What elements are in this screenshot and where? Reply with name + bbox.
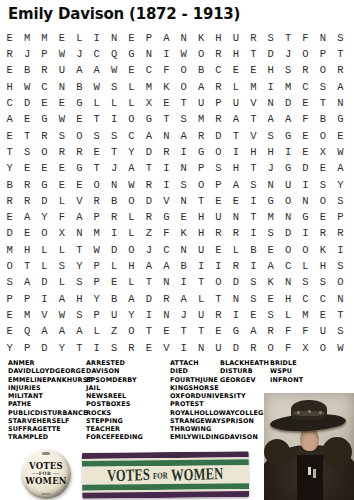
grid-cell-r10c18: I (297, 177, 314, 193)
grid-cell-r1c2: M (18, 30, 35, 46)
grid-cell-r17c6: Y (88, 291, 105, 307)
sash-stripe-purple-bottom (82, 491, 249, 499)
grid-cell-r8c11: I (175, 144, 192, 160)
sash-text-for: FOR (153, 471, 168, 482)
grid-cell-r5c1: C (1, 95, 18, 111)
word-list-item: TEACHER (86, 425, 143, 433)
grid-cell-r20c17: F (279, 340, 296, 356)
grid-cell-r5c10: E (158, 95, 175, 111)
grid-cell-r12c2: A (18, 209, 35, 225)
grid-cell-r2c15: T (245, 46, 262, 62)
grid-cell-r10c13: P (210, 177, 227, 193)
grid-cell-r16c19: S (314, 274, 331, 290)
word-list-item: EMMELINEPANKHURST (8, 376, 92, 384)
grid-cell-r13c18: I (297, 226, 314, 242)
grid-cell-r10c20: Y (332, 177, 349, 193)
grid-cell-r14c13: E (210, 242, 227, 258)
grid-cell-r18c20: T (332, 307, 349, 323)
grid-cell-r8c6: E (88, 144, 105, 160)
grid-cell-r1c13: H (210, 30, 227, 46)
grid-cell-r13c3: O (36, 226, 53, 242)
grid-cell-r2c1: R (1, 46, 18, 62)
word-list-item: OXFORDUNIVERSITY (170, 392, 268, 400)
grid-cell-r19c10: E (158, 323, 175, 339)
grid-cell-r8c8: Y (123, 144, 140, 160)
grid-cell-r18c6: P (88, 307, 105, 323)
grid-cell-r2c17: J (279, 46, 296, 62)
grid-cell-r16c14: D (227, 274, 244, 290)
grid-cell-r17c1: P (1, 291, 18, 307)
grid-cell-r19c12: T (192, 323, 209, 339)
grid-cell-r11c9: D (140, 193, 157, 209)
grid-cell-r19c2: Q (18, 323, 35, 339)
grid-cell-r3c16: H (262, 63, 279, 79)
votes-for-women-badge: VOTES FOR WOMEN (21, 449, 71, 499)
grid-cell-r17c10: R (158, 291, 175, 307)
grid-cell-r13c10: F (158, 226, 175, 242)
grid-cell-r15c5: Y (71, 258, 88, 274)
word-list-item: MILITANT (8, 392, 92, 400)
grid-cell-r17c9: D (140, 291, 157, 307)
grid-cell-r11c19: O (314, 193, 331, 209)
grid-cell-r3c2: B (18, 63, 35, 79)
grid-cell-r17c11: A (175, 291, 192, 307)
grid-cell-r9c10: I (158, 160, 175, 176)
grid-cell-r7c17: G (279, 128, 296, 144)
grid-cell-r19c18: F (297, 323, 314, 339)
grid-cell-r5c4: E (53, 95, 70, 111)
grid-cell-r12c11: E (175, 209, 192, 225)
word-list-item: GEORGEV (220, 376, 269, 384)
grid-cell-r7c13: D (210, 128, 227, 144)
grid-cell-r4c9: M (140, 79, 157, 95)
grid-cell-r19c9: T (140, 323, 157, 339)
grid-cell-r11c13: E (210, 193, 227, 209)
grid-cell-r12c4: F (53, 209, 70, 225)
grid-cell-r11c4: L (53, 193, 70, 209)
hat-ornament (297, 411, 300, 414)
grid-cell-r17c7: B (105, 291, 122, 307)
grid-cell-r16c11: I (175, 274, 192, 290)
grid-cell-r4c11: O (175, 79, 192, 95)
grid-cell-r10c8: W (123, 177, 140, 193)
grid-cell-r14c6: W (88, 242, 105, 258)
grid-cell-r9c3: E (36, 160, 53, 176)
grid-cell-r7c16: S (262, 128, 279, 144)
grid-cell-r3c10: F (158, 63, 175, 79)
grid-cell-r17c5: H (71, 291, 88, 307)
grid-cell-r8c3: O (36, 144, 53, 160)
grid-cell-r6c19: B (314, 111, 331, 127)
word-list-column-4: BLACKHEATHDISTURBGEORGEV (220, 359, 269, 384)
word-list-item: BRIDLE (270, 359, 303, 367)
grid-cell-r1c15: R (245, 30, 262, 46)
word-list-item: NEWSREEL (86, 392, 143, 400)
grid-cell-r14c14: L (227, 242, 244, 258)
grid-cell-r5c14: U (227, 95, 244, 111)
grid-cell-r11c17: O (279, 193, 296, 209)
grid-cell-r17c15: S (245, 291, 262, 307)
grid-cell-r8c16: H (262, 144, 279, 160)
page-title: Emily Davison (1872 - 1913) (8, 5, 240, 23)
grid-cell-r4c12: A (192, 79, 209, 95)
grid-cell-r17c14: N (227, 291, 244, 307)
grid-cell-r13c5: N (71, 226, 88, 242)
grid-cell-r8c10: R (158, 144, 175, 160)
grid-cell-r13c1: D (1, 226, 18, 242)
grid-cell-r6c20: G (332, 111, 349, 127)
grid-cell-r20c8: R (123, 340, 140, 356)
coat (297, 455, 323, 500)
grid-cell-r10c2: R (18, 177, 35, 193)
grid-cell-r7c7: S (105, 128, 122, 144)
grid-cell-r3c15: E (245, 63, 262, 79)
grid-cell-r9c4: E (53, 160, 70, 176)
grid-cell-r17c17: H (279, 291, 296, 307)
grid-cell-r14c11: N (175, 242, 192, 258)
grid-cell-r15c17: C (279, 258, 296, 274)
grid-cell-r11c14: E (227, 193, 244, 209)
grid-cell-r1c9: P (140, 30, 157, 46)
grid-cell-r1c6: I (88, 30, 105, 46)
grid-cell-r20c5: T (71, 340, 88, 356)
grid-cell-r5c7: L (105, 95, 122, 111)
word-list-item: PATHE (8, 400, 92, 408)
grid-cell-r6c3: G (36, 111, 53, 127)
grid-cell-r15c7: L (105, 258, 122, 274)
grid-cell-r15c4: S (53, 258, 70, 274)
grid-cell-r5c3: E (36, 95, 53, 111)
grid-cell-r17c13: T (210, 291, 227, 307)
grid-cell-r15c6: P (88, 258, 105, 274)
grid-cell-r18c17: L (279, 307, 296, 323)
grid-cell-r6c10: T (158, 111, 175, 127)
grid-cell-r20c4: Y (53, 340, 70, 356)
grid-cell-r15c15: I (245, 258, 262, 274)
grid-cell-r16c4: L (53, 274, 70, 290)
word-list-item: ROYALHOLLOWAYCOLLEGE (170, 409, 268, 417)
grid-cell-r3c14: E (227, 63, 244, 79)
grid-cell-r9c14: H (227, 160, 244, 176)
grid-cell-r3c20: R (332, 63, 349, 79)
grid-cell-r15c20: S (332, 258, 349, 274)
grid-cell-r13c2: E (18, 226, 35, 242)
grid-cell-r1c16: S (262, 30, 279, 46)
grid-cell-r12c14: N (227, 209, 244, 225)
grid-cell-r9c17: G (279, 160, 296, 176)
hat-ornament (308, 410, 311, 413)
grid-cell-r15c16: A (262, 258, 279, 274)
grid-cell-r10c17: U (279, 177, 296, 193)
grid-cell-r12c18: G (297, 209, 314, 225)
grid-cell-r12c12: H (192, 209, 209, 225)
word-list-item: DISTURB (220, 367, 269, 375)
grid-cell-r14c19: K (314, 242, 331, 258)
grid-cell-r2c13: R (210, 46, 227, 62)
grid-cell-r18c15: E (245, 307, 262, 323)
grid-cell-r4c16: I (262, 79, 279, 95)
grid-cell-r4c6: W (88, 79, 105, 95)
grid-cell-r8c7: T (105, 144, 122, 160)
grid-cell-r8c20: W (332, 144, 349, 160)
grid-cell-r20c3: D (36, 340, 53, 356)
grid-cell-r9c8: A (123, 160, 140, 176)
grid-cell-r12c20: P (332, 209, 349, 225)
grid-cell-r7c11: A (175, 128, 192, 144)
grid-cell-r8c15: H (245, 144, 262, 160)
grid-cell-r18c8: Y (123, 307, 140, 323)
grid-cell-r15c10: A (158, 258, 175, 274)
grid-cell-r5c9: X (140, 95, 157, 111)
grid-cell-r16c6: P (88, 274, 105, 290)
grid-cell-r19c11: T (175, 323, 192, 339)
grid-cell-r5c16: N (262, 95, 279, 111)
grid-cell-r6c6: T (88, 111, 105, 127)
grid-cell-r17c8: A (123, 291, 140, 307)
grid-cell-r2c9: N (140, 46, 157, 62)
grid-cell-r2c18: O (297, 46, 314, 62)
grid-cell-r3c3: R (36, 63, 53, 79)
grid-cell-r2c11: W (175, 46, 192, 62)
grid-cell-r4c14: L (227, 79, 244, 95)
grid-cell-r19c8: O (123, 323, 140, 339)
grid-cell-r9c9: T (140, 160, 157, 176)
grid-cell-r6c4: W (53, 111, 70, 127)
grid-cell-r6c7: I (105, 111, 122, 127)
grid-cell-r8c17: I (279, 144, 296, 160)
emily-davison-photo (264, 393, 354, 500)
grid-cell-r12c1: E (1, 209, 18, 225)
grid-cell-r14c2: H (18, 242, 35, 258)
grid-cell-r15c13: I (210, 258, 227, 274)
grid-cell-r12c5: A (71, 209, 88, 225)
grid-cell-r5c2: D (18, 95, 35, 111)
word-list-item: EMILYWILDINGDAVISON (170, 433, 268, 441)
grid-cell-r9c12: P (192, 160, 209, 176)
grid-cell-r19c20: S (332, 323, 349, 339)
word-list-item: ARRESTED (86, 359, 143, 367)
hat-ornament (319, 411, 322, 414)
grid-cell-r8c2: S (18, 144, 35, 160)
grid-cell-r18c2: M (18, 307, 35, 323)
grid-cell-r3c18: R (297, 63, 314, 79)
word-list-item: FORCEFEEDING (86, 433, 143, 441)
votes-for-women-sash: VOTES FOR WOMEN (82, 451, 249, 499)
grid-cell-r17c4: A (53, 291, 70, 307)
grid-cell-r9c1: Y (1, 160, 18, 176)
grid-cell-r12c7: R (105, 209, 122, 225)
grid-cell-r4c15: M (245, 79, 262, 95)
grid-cell-r4c3: C (36, 79, 53, 95)
grid-cell-r11c10: V (158, 193, 175, 209)
grid-cell-r18c9: I (140, 307, 157, 323)
grid-cell-r18c11: J (175, 307, 192, 323)
grid-cell-r6c15: T (245, 111, 262, 127)
grid-cell-r14c9: J (140, 242, 157, 258)
grid-cell-r16c18: S (297, 274, 314, 290)
grid-cell-r12c6: P (88, 209, 105, 225)
grid-cell-r10c3: G (36, 177, 53, 193)
grid-cell-r16c8: L (123, 274, 140, 290)
grid-cell-r15c8: H (123, 258, 140, 274)
grid-cell-r9c19: E (314, 160, 331, 176)
grid-cell-r3c11: O (175, 63, 192, 79)
word-list-column-1: ANMERDAVIDLLOYDGEORGEEMMELINEPANKHURSTIN… (8, 359, 92, 442)
grid-cell-r9c16: J (262, 160, 279, 176)
grid-cell-r7c14: T (227, 128, 244, 144)
grid-cell-r11c15: I (245, 193, 262, 209)
grid-cell-r7c20: E (332, 128, 349, 144)
grid-cell-r2c4: W (53, 46, 70, 62)
grid-cell-r3c19: O (314, 63, 331, 79)
grid-cell-r9c7: J (105, 160, 122, 176)
grid-cell-r7c4: S (53, 128, 70, 144)
grid-cell-r8c14: I (227, 144, 244, 160)
grid-cell-r4c10: K (158, 79, 175, 95)
grid-cell-r20c2: P (18, 340, 35, 356)
grid-cell-r19c3: A (36, 323, 53, 339)
grid-cell-r7c6: S (88, 128, 105, 144)
grid-cell-r10c16: N (262, 177, 279, 193)
grid-cell-r19c1: E (1, 323, 18, 339)
grid-cell-r6c11: S (175, 111, 192, 127)
grid-cell-r11c12: T (192, 193, 209, 209)
word-list-column-5: BRIDLEWSPUINFRONT (270, 359, 303, 384)
grid-cell-r4c19: S (314, 79, 331, 95)
grid-cell-r18c19: E (314, 307, 331, 323)
grid-cell-r11c3: D (36, 193, 53, 209)
grid-cell-r11c7: B (105, 193, 122, 209)
grid-cell-r18c18: M (297, 307, 314, 323)
grid-cell-r2c3: P (36, 46, 53, 62)
grid-cell-r15c19: H (314, 258, 331, 274)
word-list-item: SUFFRAGETTE (8, 425, 92, 433)
grid-cell-r13c12: H (192, 226, 209, 242)
grid-cell-r19c14: G (227, 323, 244, 339)
grid-cell-r13c15: I (245, 226, 262, 242)
word-list-item: WSPU (270, 367, 303, 375)
grid-cell-r8c5: R (71, 144, 88, 160)
grid-cell-r20c19: O (314, 340, 331, 356)
word-list-item: POSTBOXES (86, 400, 143, 408)
grid-cell-r10c14: A (227, 177, 244, 193)
grid-cell-r15c1: O (1, 258, 18, 274)
grid-cell-r14c4: L (53, 242, 70, 258)
grid-cell-r10c5: E (71, 177, 88, 193)
sash-text-women: WOMEN (171, 464, 224, 486)
grid-cell-r14c20: I (332, 242, 349, 258)
grid-cell-r7c18: E (297, 128, 314, 144)
grid-cell-r4c8: L (123, 79, 140, 95)
grid-cell-r2c12: O (192, 46, 209, 62)
grid-cell-r14c8: O (123, 242, 140, 258)
grid-cell-r11c5: V (71, 193, 88, 209)
grid-cell-r14c15: B (245, 242, 262, 258)
grid-cell-r1c4: E (53, 30, 70, 46)
grid-cell-r20c11: I (175, 340, 192, 356)
grid-cell-r8c13: O (210, 144, 227, 160)
grid-cell-r10c1: B (1, 177, 18, 193)
grid-cell-r6c18: F (297, 111, 314, 127)
grid-cell-r20c10: V (158, 340, 175, 356)
grid-cell-r1c5: L (71, 30, 88, 46)
grid-cell-r7c15: V (245, 128, 262, 144)
grid-cell-r8c12: G (192, 144, 209, 160)
medal (313, 469, 316, 478)
grid-cell-r14c17: O (279, 242, 296, 258)
grid-cell-r6c17: A (279, 111, 296, 127)
grid-cell-r8c18: E (297, 144, 314, 160)
grid-cell-r17c19: C (314, 291, 331, 307)
grid-cell-r20c15: R (245, 340, 262, 356)
grid-cell-r4c13: R (210, 79, 227, 95)
grid-cell-r5c6: L (88, 95, 105, 111)
grid-cell-r12c17: N (279, 209, 296, 225)
grid-cell-r13c9: Z (140, 226, 157, 242)
grid-cell-r7c12: R (192, 128, 209, 144)
grid-cell-r8c9: D (140, 144, 157, 160)
word-list-item: JAIL (86, 384, 143, 392)
grid-cell-r6c8: O (123, 111, 140, 127)
grid-cell-r14c7: D (105, 242, 122, 258)
grid-cell-r16c10: N (158, 274, 175, 290)
grid-cell-r19c6: L (88, 323, 105, 339)
grid-cell-r14c10: C (158, 242, 175, 258)
grid-cell-r16c15: S (245, 274, 262, 290)
grid-cell-r15c12: I (192, 258, 209, 274)
grid-cell-r2c5: J (71, 46, 88, 62)
grid-cell-r2c20: T (332, 46, 349, 62)
grid-cell-r6c12: M (192, 111, 209, 127)
grid-cell-r11c6: R (88, 193, 105, 209)
grid-cell-r15c2: T (18, 258, 35, 274)
grid-cell-r13c13: R (210, 226, 227, 242)
grid-cell-r14c5: T (71, 242, 88, 258)
grid-cell-r14c12: U (192, 242, 209, 258)
grid-cell-r1c1: E (1, 30, 18, 46)
grid-cell-r16c2: A (18, 274, 35, 290)
grid-cell-r5c12: U (192, 95, 209, 111)
grid-cell-r19c4: A (53, 323, 70, 339)
grid-cell-r16c9: T (140, 274, 157, 290)
grid-cell-r7c9: A (140, 128, 157, 144)
grid-cell-r14c1: M (1, 242, 18, 258)
grid-cell-r13c14: R (227, 226, 244, 242)
grid-cell-r7c2: T (18, 128, 35, 144)
grid-cell-r5c19: T (314, 95, 331, 111)
grid-cell-r1c3: M (36, 30, 53, 46)
word-list-item: EPSOMDERBY (86, 376, 143, 384)
grid-cell-r1c20: S (332, 30, 349, 46)
grid-cell-r8c1: T (1, 144, 18, 160)
grid-cell-r13c20: R (332, 226, 349, 242)
grid-cell-r2c7: Q (105, 46, 122, 62)
grid-cell-r19c19: U (314, 323, 331, 339)
grid-cell-r13c17: D (279, 226, 296, 242)
grid-cell-r18c14: I (227, 307, 244, 323)
grid-cell-r13c11: K (175, 226, 192, 242)
grid-cell-r7c19: O (314, 128, 331, 144)
grid-cell-r1c10: A (158, 30, 175, 46)
grid-cell-r11c20: S (332, 193, 349, 209)
grid-cell-r18c3: V (36, 307, 53, 323)
grid-cell-r2c6: C (88, 46, 105, 62)
grid-cell-r16c16: K (262, 274, 279, 290)
grid-cell-r8c19: X (314, 144, 331, 160)
grid-cell-r18c5: S (71, 307, 88, 323)
grid-cell-r16c13: O (210, 274, 227, 290)
grid-cell-r12c10: G (158, 209, 175, 225)
